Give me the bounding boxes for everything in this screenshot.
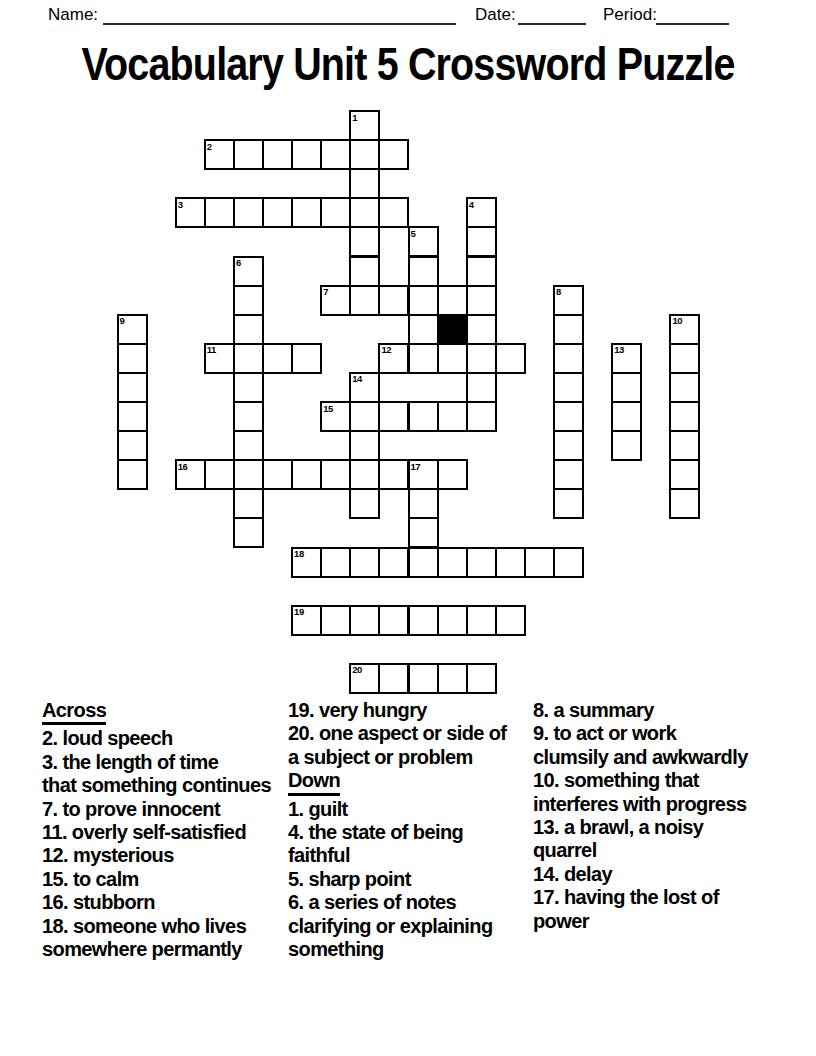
grid-cell[interactable] (349, 197, 380, 228)
grid-cell[interactable] (553, 343, 584, 374)
grid-cell[interactable] (233, 488, 264, 519)
grid-cell[interactable] (349, 168, 380, 199)
grid-cell[interactable] (553, 314, 584, 345)
clue-10: 10. something that interferes with progr… (533, 769, 816, 816)
grid-cell[interactable] (437, 605, 468, 636)
grid-cell[interactable] (553, 401, 584, 432)
grid-cell[interactable] (233, 285, 264, 316)
grid-open-box[interactable] (378, 372, 467, 403)
grid-cell[interactable] (495, 547, 526, 578)
cell-number: 15 (323, 404, 333, 414)
grid-cell[interactable] (233, 459, 264, 490)
grid-cell[interactable] (117, 401, 148, 432)
grid-cell[interactable] (233, 517, 264, 548)
cell-number: 10 (672, 316, 682, 326)
grid-cell[interactable] (204, 197, 235, 228)
grid-cell[interactable] (291, 197, 322, 228)
grid-cell[interactable] (437, 285, 468, 316)
clue-13: 13. a brawl, a noisy quarrel (533, 816, 816, 863)
grid-cell[interactable] (262, 343, 293, 374)
clue-list-header-text: Across (42, 699, 106, 725)
grid-cell[interactable] (611, 372, 642, 403)
grid-cell[interactable] (349, 547, 380, 578)
grid-cell[interactable] (233, 314, 264, 345)
grid-cell[interactable] (669, 343, 700, 374)
grid-cell[interactable] (553, 547, 584, 578)
grid-cell[interactable] (408, 285, 439, 316)
cell-number: 5 (411, 229, 416, 239)
cell-number: 3 (178, 200, 183, 210)
grid-cell[interactable] (495, 605, 526, 636)
grid-cell[interactable] (553, 488, 584, 519)
grid-cell[interactable] (117, 459, 148, 490)
grid-cell[interactable] (378, 547, 409, 578)
cell-number: 12 (381, 345, 391, 355)
cell-number: 9 (120, 316, 125, 326)
grid-cell[interactable] (466, 343, 497, 374)
grid-cell[interactable] (291, 139, 322, 170)
grid-cell[interactable] (378, 139, 409, 170)
grid-cell[interactable] (349, 430, 380, 461)
grid-cell[interactable] (466, 226, 497, 257)
grid-cell[interactable] (349, 488, 380, 519)
grid-cell[interactable] (669, 372, 700, 403)
grid-cell[interactable] (262, 139, 293, 170)
grid-cell[interactable] (378, 663, 409, 694)
black-cell (437, 314, 468, 345)
grid-cell[interactable] (233, 197, 264, 228)
grid-cell[interactable] (611, 430, 642, 461)
clue-8: 8. a summary (533, 699, 816, 722)
grid-cell[interactable] (204, 459, 235, 490)
grid-cell[interactable] (349, 285, 380, 316)
grid-cell[interactable] (408, 663, 439, 694)
grid-cell[interactable] (378, 285, 409, 316)
grid-cell[interactable] (669, 401, 700, 432)
grid-cell[interactable] (466, 547, 497, 578)
clue-list-header-text: Down (288, 769, 340, 795)
cell-number: 4 (469, 200, 474, 210)
grid-cell[interactable] (349, 139, 380, 170)
grid-cell[interactable] (466, 256, 497, 287)
grid-cell[interactable] (349, 401, 380, 432)
grid-cell[interactable] (466, 372, 497, 403)
grid-cell[interactable] (291, 343, 322, 374)
grid-cell[interactable] (320, 547, 351, 578)
cell-number: 8 (556, 287, 561, 297)
worksheet-page: Name: Date: Period: Vocabulary Unit 5 Cr… (0, 0, 816, 1056)
grid-cell[interactable] (408, 488, 439, 519)
grid-cell[interactable] (408, 256, 439, 287)
grid-cell[interactable] (320, 139, 351, 170)
grid-cell[interactable] (408, 314, 439, 345)
grid-cell[interactable] (117, 372, 148, 403)
grid-cell[interactable] (117, 430, 148, 461)
grid-cell[interactable] (233, 401, 264, 432)
grid-cell[interactable] (378, 459, 409, 490)
grid-cell[interactable] (466, 314, 497, 345)
cell-number: 14 (352, 374, 362, 384)
grid-cell[interactable] (408, 401, 439, 432)
grid-cell[interactable] (349, 459, 380, 490)
cell-number: 17 (411, 462, 421, 472)
grid-cell[interactable] (495, 343, 526, 374)
grid-cell[interactable] (553, 459, 584, 490)
grid-cell[interactable] (233, 430, 264, 461)
grid-cell[interactable] (466, 605, 497, 636)
grid-cell[interactable] (437, 401, 468, 432)
cell-number: 20 (352, 665, 362, 675)
cell-number: 11 (207, 345, 216, 355)
grid-cell[interactable] (466, 285, 497, 316)
grid-cell[interactable] (437, 547, 468, 578)
cell-number: 13 (614, 345, 624, 355)
grid-cell[interactable] (349, 226, 380, 257)
grid-cell[interactable] (320, 605, 351, 636)
cell-number: 19 (294, 607, 304, 617)
grid-cell[interactable] (320, 197, 351, 228)
grid-cell[interactable] (408, 343, 439, 374)
grid-cell[interactable] (669, 459, 700, 490)
clues-column-down: 8. a summary9. to act or work clumsily a… (533, 699, 816, 933)
clue-17: 17. having the lost of power (533, 886, 816, 933)
grid-cell[interactable] (437, 343, 468, 374)
grid-cell[interactable] (553, 372, 584, 403)
grid-cell[interactable] (291, 459, 322, 490)
grid-cell[interactable] (262, 197, 293, 228)
grid-cell[interactable] (553, 430, 584, 461)
grid-cell[interactable] (408, 547, 439, 578)
grid-cell[interactable] (611, 401, 642, 432)
grid-cell[interactable] (233, 372, 264, 403)
grid-cell[interactable] (320, 459, 351, 490)
grid-cell[interactable] (233, 343, 264, 374)
cell-number: 6 (236, 258, 241, 268)
clue-9: 9. to act or work clumsily and awkwardly (533, 722, 816, 769)
cell-number: 7 (323, 287, 328, 297)
grid-cell[interactable] (233, 139, 264, 170)
cell-number: 18 (294, 549, 304, 559)
grid-cell[interactable] (466, 663, 497, 694)
grid-cell[interactable] (437, 459, 468, 490)
grid-cell[interactable] (117, 343, 148, 374)
cell-number: 1 (352, 113, 357, 123)
grid-cell[interactable] (669, 488, 700, 519)
clue-14: 14. delay (533, 863, 816, 886)
grid-cell[interactable] (378, 197, 409, 228)
grid-cell[interactable] (378, 401, 409, 432)
grid-cell[interactable] (437, 663, 468, 694)
grid-cell[interactable] (524, 547, 555, 578)
grid-cell[interactable] (669, 430, 700, 461)
grid-cell[interactable] (408, 605, 439, 636)
cell-number: 2 (207, 142, 212, 152)
grid-cell[interactable] (466, 401, 497, 432)
cell-number: 16 (178, 462, 188, 472)
grid-cell[interactable] (378, 605, 409, 636)
grid-cell[interactable] (349, 605, 380, 636)
grid-cell[interactable] (262, 459, 293, 490)
grid-cell[interactable] (349, 256, 380, 287)
grid-cell[interactable] (408, 517, 439, 548)
